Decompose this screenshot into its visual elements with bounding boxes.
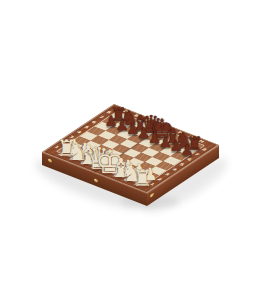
pieces-layer: ♜♞♝♛♚♝♞♜♟♟♟♟♟♟♟♟♟♟♟♟♟♟♟♟♜♞♝♛♚♝♞♜ [0, 0, 254, 308]
piece-white-rook-h1: ♜ [122, 167, 162, 189]
piece-black-pawn-h7: ♟ [167, 143, 207, 158]
product-photo: AABBCCDDEEFFGGHH8877665544332211 ♜♞♝♛♚♝♞… [0, 0, 254, 308]
